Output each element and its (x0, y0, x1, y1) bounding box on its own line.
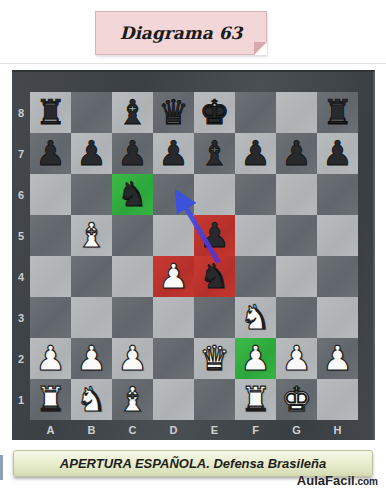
black-rook-a8: ♜ (35, 92, 65, 133)
black-pawn-g7: ♟ (281, 133, 311, 174)
black-bishop-e7: ♝ (199, 133, 229, 174)
square-c8: ♝ (112, 92, 153, 133)
square-b4 (71, 256, 112, 297)
square-f8 (235, 92, 276, 133)
square-e2: ♛ (194, 338, 235, 379)
black-knight-c6: ♞ (117, 174, 147, 215)
black-pawn-c7: ♟ (117, 133, 147, 174)
black-pawn-b7: ♟ (76, 133, 106, 174)
white-queen-e2: ♛ (199, 338, 229, 379)
rank-label-2: 2 (12, 338, 30, 379)
white-knight-b1: ♞ (76, 379, 106, 420)
white-king-g1: ♚ (281, 379, 311, 420)
rank-label-4: 4 (12, 256, 30, 297)
rank-label-1: 1 (12, 379, 30, 420)
square-b8 (71, 92, 112, 133)
black-knight-e4: ♞ (199, 256, 229, 297)
square-d3 (153, 297, 194, 338)
file-label-a: A (30, 420, 71, 440)
square-e8: ♚ (194, 92, 235, 133)
note-fold-corner-icon (254, 42, 267, 55)
watermark-name: AulaFacil (297, 473, 355, 488)
square-b1: ♞ (71, 379, 112, 420)
black-rook-h8: ♜ (322, 92, 352, 133)
black-bishop-c8: ♝ (117, 92, 147, 133)
square-a5 (30, 215, 71, 256)
square-h7: ♟ (317, 133, 358, 174)
square-b6 (71, 174, 112, 215)
file-label-d: D (153, 420, 194, 440)
square-g2: ♟ (276, 338, 317, 379)
square-h8: ♜ (317, 92, 358, 133)
square-d7: ♟ (153, 133, 194, 174)
black-king-e8: ♚ (199, 92, 229, 133)
black-pawn-e5: ♟ (199, 215, 229, 256)
chess-board: ♜♝♛♚♜♟♟♟♟♝♟♟♟♞♝♟♟♞♞♟♟♟♛♟♟♟♜♞♝♜♚ (30, 92, 358, 420)
square-a3 (30, 297, 71, 338)
square-e5: ♟ (194, 215, 235, 256)
square-d1 (153, 379, 194, 420)
square-f1: ♜ (235, 379, 276, 420)
rank-label-5: 5 (12, 215, 30, 256)
watermark: AulaFacil.com (297, 471, 378, 489)
square-b3 (71, 297, 112, 338)
square-a6 (30, 174, 71, 215)
square-a7: ♟ (30, 133, 71, 174)
square-g4 (276, 256, 317, 297)
black-queen-d8: ♛ (158, 92, 188, 133)
square-h5 (317, 215, 358, 256)
black-pawn-h7: ♟ (322, 133, 352, 174)
square-a1: ♜ (30, 379, 71, 420)
square-h6 (317, 174, 358, 215)
square-g8 (276, 92, 317, 133)
square-d8: ♛ (153, 92, 194, 133)
square-e1 (194, 379, 235, 420)
file-label-h: H (317, 420, 358, 440)
square-h3 (317, 297, 358, 338)
white-bishop-b5: ♝ (76, 215, 106, 256)
square-h4 (317, 256, 358, 297)
square-a4 (30, 256, 71, 297)
chess-board-frame: 87654321 ♜♝♛♚♜♟♟♟♟♝♟♟♟♞♝♟♟♞♞♟♟♟♛♟♟♟♜♞♝♜♚… (12, 70, 375, 440)
square-a8: ♜ (30, 92, 71, 133)
divider-line (0, 63, 386, 64)
white-pawn-b2: ♟ (76, 338, 106, 379)
white-pawn-g2: ♟ (281, 338, 311, 379)
diagram-title: Diagrama 63 (120, 23, 243, 43)
watermark-tld: .com (355, 476, 378, 487)
square-c2: ♟ (112, 338, 153, 379)
square-e6 (194, 174, 235, 215)
square-e7: ♝ (194, 133, 235, 174)
rank-label-8: 8 (12, 92, 30, 133)
square-g6 (276, 174, 317, 215)
file-label-e: E (194, 420, 235, 440)
file-label-f: F (235, 420, 276, 440)
white-pawn-d4: ♟ (158, 256, 188, 297)
rank-labels: 87654321 (12, 92, 30, 420)
square-g5 (276, 215, 317, 256)
white-rook-a1: ♜ (35, 379, 65, 420)
file-label-g: G (276, 420, 317, 440)
square-e3 (194, 297, 235, 338)
square-c6: ♞ (112, 174, 153, 215)
file-labels: ABCDEFGH (30, 420, 358, 440)
square-b2: ♟ (71, 338, 112, 379)
black-pawn-f7: ♟ (240, 133, 270, 174)
black-pawn-a7: ♟ (35, 133, 65, 174)
square-d2 (153, 338, 194, 379)
square-c7: ♟ (112, 133, 153, 174)
white-pawn-h2: ♟ (322, 338, 352, 379)
opening-caption: APERTURA ESPAÑOLA. Defensa Brasileña (60, 456, 326, 471)
square-f2: ♟ (235, 338, 276, 379)
square-g1: ♚ (276, 379, 317, 420)
diagram-note: Diagrama 63 (95, 11, 267, 55)
square-b5: ♝ (71, 215, 112, 256)
square-f5 (235, 215, 276, 256)
square-e4: ♞ (194, 256, 235, 297)
square-d6 (153, 174, 194, 215)
rank-label-7: 7 (12, 133, 30, 174)
square-f7: ♟ (235, 133, 276, 174)
page-edge-tab (0, 455, 3, 480)
square-b7: ♟ (71, 133, 112, 174)
file-label-c: C (112, 420, 153, 440)
file-label-b: B (71, 420, 112, 440)
square-f6 (235, 174, 276, 215)
square-g7: ♟ (276, 133, 317, 174)
white-knight-f3: ♞ (240, 297, 270, 338)
rank-label-6: 6 (12, 174, 30, 215)
white-pawn-f2: ♟ (240, 338, 270, 379)
white-bishop-c1: ♝ (117, 379, 147, 420)
white-pawn-c2: ♟ (117, 338, 147, 379)
square-c5 (112, 215, 153, 256)
square-d4: ♟ (153, 256, 194, 297)
square-f3: ♞ (235, 297, 276, 338)
rank-label-3: 3 (12, 297, 30, 338)
square-c3 (112, 297, 153, 338)
square-h1 (317, 379, 358, 420)
white-pawn-a2: ♟ (35, 338, 65, 379)
square-c4 (112, 256, 153, 297)
square-g3 (276, 297, 317, 338)
black-pawn-d7: ♟ (158, 133, 188, 174)
square-c1: ♝ (112, 379, 153, 420)
square-d5 (153, 215, 194, 256)
square-f4 (235, 256, 276, 297)
white-rook-f1: ♜ (240, 379, 270, 420)
square-h2: ♟ (317, 338, 358, 379)
square-a2: ♟ (30, 338, 71, 379)
